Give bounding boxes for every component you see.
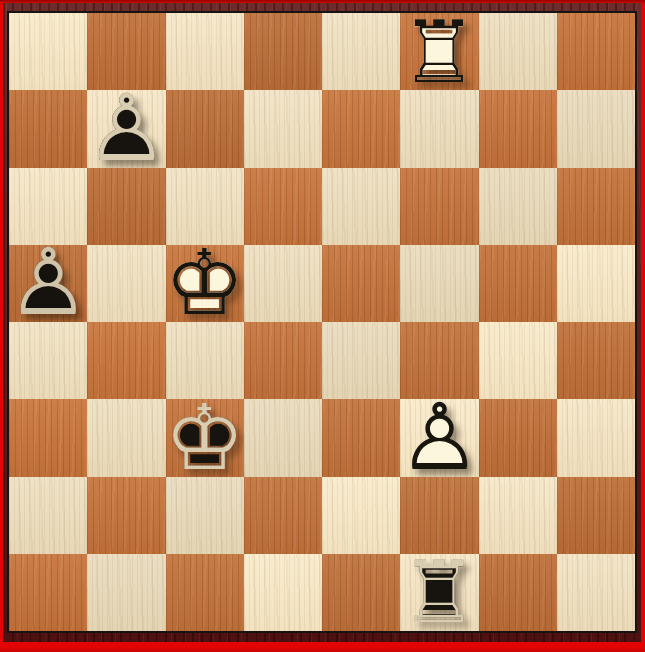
square-b5[interactable] <box>87 245 165 322</box>
square-d8[interactable] <box>244 13 322 90</box>
square-c8[interactable] <box>166 13 244 90</box>
square-d2[interactable] <box>244 477 322 554</box>
square-a8[interactable] <box>9 13 87 90</box>
square-f6[interactable] <box>400 168 478 245</box>
square-c5[interactable]: ♚♔ <box>166 245 244 322</box>
square-d5[interactable] <box>244 245 322 322</box>
black-rook[interactable]: ♜♖ <box>400 554 478 631</box>
square-g8[interactable] <box>479 13 557 90</box>
square-b3[interactable] <box>87 399 165 476</box>
square-h1[interactable] <box>557 554 635 631</box>
square-b7[interactable]: ♟♙ <box>87 90 165 167</box>
rook-glyph-outline: ♖ <box>400 13 478 90</box>
square-b6[interactable] <box>87 168 165 245</box>
black-pawn[interactable]: ♟♙ <box>9 245 87 322</box>
square-e4[interactable] <box>322 322 400 399</box>
square-b1[interactable] <box>87 554 165 631</box>
square-h2[interactable] <box>557 477 635 554</box>
square-g1[interactable] <box>479 554 557 631</box>
square-e5[interactable] <box>322 245 400 322</box>
square-a5[interactable]: ♟♙ <box>9 245 87 322</box>
square-c1[interactable] <box>166 554 244 631</box>
square-h8[interactable] <box>557 13 635 90</box>
square-b4[interactable] <box>87 322 165 399</box>
square-g5[interactable] <box>479 245 557 322</box>
square-h7[interactable] <box>557 90 635 167</box>
pawn-glyph-outline: ♙ <box>9 245 87 322</box>
square-e7[interactable] <box>322 90 400 167</box>
square-d4[interactable] <box>244 322 322 399</box>
pawn-glyph-outline: ♙ <box>87 90 165 167</box>
square-c7[interactable] <box>166 90 244 167</box>
square-a3[interactable] <box>9 399 87 476</box>
square-f3[interactable]: ♟♙ <box>400 399 478 476</box>
square-g3[interactable] <box>479 399 557 476</box>
white-rook[interactable]: ♜♖ <box>400 13 478 90</box>
square-e1[interactable] <box>322 554 400 631</box>
king-glyph-outline: ♔ <box>166 399 244 476</box>
square-g2[interactable] <box>479 477 557 554</box>
square-c3[interactable]: ♚♔ <box>166 399 244 476</box>
square-f7[interactable] <box>400 90 478 167</box>
square-e8[interactable] <box>322 13 400 90</box>
board-frame-outer: ♜♖♟♙♟♙♚♔♚♔♟♙♜♖ <box>0 0 645 652</box>
square-h5[interactable] <box>557 245 635 322</box>
square-a4[interactable] <box>9 322 87 399</box>
square-g6[interactable] <box>479 168 557 245</box>
square-g4[interactable] <box>479 322 557 399</box>
black-pawn[interactable]: ♟♙ <box>87 90 165 167</box>
square-a1[interactable] <box>9 554 87 631</box>
king-glyph-outline: ♔ <box>166 245 244 322</box>
square-d3[interactable] <box>244 399 322 476</box>
square-e3[interactable] <box>322 399 400 476</box>
white-king[interactable]: ♚♔ <box>166 245 244 322</box>
square-c2[interactable] <box>166 477 244 554</box>
square-e2[interactable] <box>322 477 400 554</box>
square-d1[interactable] <box>244 554 322 631</box>
square-a7[interactable] <box>9 90 87 167</box>
square-g7[interactable] <box>479 90 557 167</box>
square-b2[interactable] <box>87 477 165 554</box>
square-f8[interactable]: ♜♖ <box>400 13 478 90</box>
square-d7[interactable] <box>244 90 322 167</box>
square-d6[interactable] <box>244 168 322 245</box>
black-king[interactable]: ♚♔ <box>166 399 244 476</box>
square-h3[interactable] <box>557 399 635 476</box>
chess-board: ♜♖♟♙♟♙♚♔♚♔♟♙♜♖ <box>7 11 637 633</box>
square-e6[interactable] <box>322 168 400 245</box>
square-a2[interactable] <box>9 477 87 554</box>
rook-glyph-outline: ♖ <box>400 554 478 631</box>
square-h4[interactable] <box>557 322 635 399</box>
square-f1[interactable]: ♜♖ <box>400 554 478 631</box>
square-h6[interactable] <box>557 168 635 245</box>
pawn-glyph-outline: ♙ <box>400 399 478 476</box>
white-pawn[interactable]: ♟♙ <box>400 399 478 476</box>
square-f5[interactable] <box>400 245 478 322</box>
